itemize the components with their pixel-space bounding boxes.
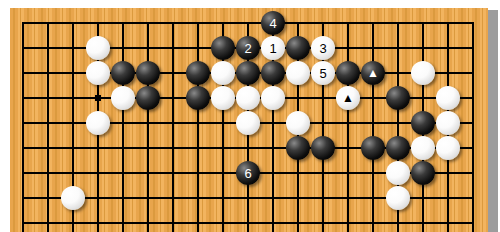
stone-black[interactable]	[411, 161, 435, 185]
stone-white[interactable]	[386, 161, 410, 185]
stone-white[interactable]	[111, 86, 135, 110]
stone-black[interactable]	[336, 61, 360, 85]
move-number-label: 2	[244, 42, 251, 55]
stone-white[interactable]	[436, 111, 460, 135]
stone-black[interactable]	[286, 36, 310, 60]
stone-white[interactable]	[61, 186, 85, 210]
stone-black[interactable]: 6	[236, 161, 260, 185]
stone-black[interactable]	[186, 86, 210, 110]
grid-line-vertical	[197, 22, 199, 232]
grid-line-vertical	[22, 22, 24, 232]
stone-black[interactable]	[311, 136, 335, 160]
star-point	[95, 95, 101, 101]
stone-black[interactable]	[411, 111, 435, 135]
stone-white[interactable]: 5	[311, 61, 335, 85]
grid-line-vertical	[472, 22, 474, 232]
move-number-label: 4	[269, 17, 276, 30]
move-number-label: 5	[319, 67, 326, 80]
stone-white[interactable]	[211, 61, 235, 85]
stone-black[interactable]: 4	[261, 11, 285, 35]
grid-line-horizontal	[22, 222, 474, 224]
stone-white[interactable]	[286, 111, 310, 135]
grid-line-vertical	[147, 22, 149, 232]
stone-black[interactable]	[111, 61, 135, 85]
grid-line-horizontal	[22, 22, 474, 24]
stone-black[interactable]	[211, 36, 235, 60]
stone-black[interactable]	[386, 86, 410, 110]
triangle-mark-icon: ▲	[342, 92, 354, 104]
stone-white[interactable]	[436, 136, 460, 160]
stone-black[interactable]	[361, 136, 385, 160]
stone-white[interactable]: 3	[311, 36, 335, 60]
stone-white[interactable]	[86, 111, 110, 135]
stone-white[interactable]	[386, 186, 410, 210]
triangle-mark-icon: ▲	[367, 67, 379, 79]
stone-white[interactable]: ▲	[336, 86, 360, 110]
stone-white[interactable]	[261, 86, 285, 110]
stone-black[interactable]	[186, 61, 210, 85]
stone-white[interactable]	[411, 136, 435, 160]
stone-black[interactable]	[261, 61, 285, 85]
grid-line-vertical	[122, 22, 124, 232]
stone-black[interactable]	[136, 61, 160, 85]
grid-line-vertical	[372, 22, 374, 232]
stone-white[interactable]	[236, 111, 260, 135]
grid-line-vertical	[347, 22, 349, 232]
go-board[interactable]: 42135▲▲6	[0, 0, 500, 232]
stone-black[interactable]: ▲	[361, 61, 385, 85]
stone-black[interactable]	[136, 86, 160, 110]
stone-black[interactable]: 2	[236, 36, 260, 60]
move-number-label: 3	[319, 42, 326, 55]
stone-black[interactable]	[286, 136, 310, 160]
stone-white[interactable]	[411, 61, 435, 85]
stone-white[interactable]	[236, 86, 260, 110]
grid-line-vertical	[47, 22, 49, 232]
move-number-label: 1	[269, 42, 276, 55]
grid-line-vertical	[172, 22, 174, 232]
stone-white[interactable]	[86, 61, 110, 85]
stone-white[interactable]	[436, 86, 460, 110]
stone-white[interactable]: 1	[261, 36, 285, 60]
stone-white[interactable]	[86, 36, 110, 60]
move-number-label: 6	[244, 167, 251, 180]
go-diagram: 42135▲▲6	[0, 0, 500, 232]
stone-black[interactable]	[236, 61, 260, 85]
stone-white[interactable]	[286, 61, 310, 85]
stone-black[interactable]	[386, 136, 410, 160]
stone-white[interactable]	[211, 86, 235, 110]
